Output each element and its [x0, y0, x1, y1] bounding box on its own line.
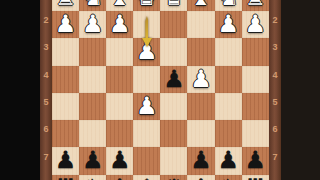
square-h5[interactable]: [52, 93, 79, 120]
rank-label-3: 3: [269, 34, 281, 61]
square-d2[interactable]: [160, 11, 187, 38]
square-f8[interactable]: ♝: [106, 175, 133, 180]
square-c1[interactable]: ♝: [187, 0, 214, 11]
square-e6[interactable]: [133, 120, 160, 147]
square-f6[interactable]: [106, 120, 133, 147]
black-pawn[interactable]: ♟: [52, 147, 79, 174]
square-d8[interactable]: ♛: [160, 175, 187, 180]
square-g4[interactable]: [79, 66, 106, 93]
rank-labels-right: 12345678: [269, 0, 281, 180]
black-pawn[interactable]: ♟: [187, 147, 214, 174]
black-pawn[interactable]: ♟: [160, 66, 187, 93]
black-knight[interactable]: ♞: [79, 175, 106, 180]
square-b4[interactable]: [215, 66, 242, 93]
square-h4[interactable]: [52, 66, 79, 93]
square-d1[interactable]: ♛: [160, 0, 187, 11]
black-knight[interactable]: ♞: [215, 175, 242, 180]
square-f4[interactable]: [106, 66, 133, 93]
black-bishop[interactable]: ♝: [187, 175, 214, 180]
square-e7[interactable]: [133, 147, 160, 174]
square-h2[interactable]: ♟: [52, 11, 79, 38]
square-a5[interactable]: [242, 93, 269, 120]
square-b7[interactable]: ♟: [215, 147, 242, 174]
square-a2[interactable]: ♟: [242, 11, 269, 38]
square-d7[interactable]: [160, 147, 187, 174]
square-e2[interactable]: [133, 11, 160, 38]
black-rook[interactable]: ♜: [52, 175, 79, 180]
letterbox-left: [0, 0, 40, 180]
rank-label-2: 2: [269, 7, 281, 34]
square-g6[interactable]: [79, 120, 106, 147]
rank-label-7: 7: [40, 144, 52, 171]
white-pawn[interactable]: ♟: [79, 11, 106, 38]
square-g7[interactable]: ♟: [79, 147, 106, 174]
rank-label-4: 4: [269, 62, 281, 89]
white-bishop[interactable]: ♝: [187, 0, 214, 11]
rank-label-1: 1: [40, 0, 52, 7]
black-bishop[interactable]: ♝: [106, 175, 133, 180]
square-a6[interactable]: [242, 120, 269, 147]
square-h6[interactable]: [52, 120, 79, 147]
rank-label-1: 1: [269, 0, 281, 7]
black-pawn[interactable]: ♟: [215, 147, 242, 174]
square-c2[interactable]: [187, 11, 214, 38]
square-a8[interactable]: ♜: [242, 175, 269, 180]
square-a3[interactable]: [242, 38, 269, 65]
square-d3[interactable]: [160, 38, 187, 65]
rank-label-5: 5: [40, 89, 52, 116]
square-f5[interactable]: [106, 93, 133, 120]
square-g2[interactable]: ♟: [79, 11, 106, 38]
rank-label-6: 6: [269, 116, 281, 143]
black-queen[interactable]: ♛: [160, 175, 187, 180]
square-c7[interactable]: ♟: [187, 147, 214, 174]
white-pawn[interactable]: ♟: [52, 11, 79, 38]
rank-label-3: 3: [40, 34, 52, 61]
white-queen[interactable]: ♛: [160, 0, 187, 11]
white-pawn[interactable]: ♟: [106, 11, 133, 38]
square-c4[interactable]: ♟: [187, 66, 214, 93]
black-pawn[interactable]: ♟: [79, 147, 106, 174]
square-b3[interactable]: [215, 38, 242, 65]
square-h7[interactable]: ♟: [52, 147, 79, 174]
black-pawn[interactable]: ♟: [106, 147, 133, 174]
chess-board[interactable]: ♜♞♝♚♛♝♞♜♟♟♟♟♟♟♟♟♟♟♟♟♟♟♟♜♞♝♚♛♝♞♜: [52, 0, 269, 180]
white-pawn[interactable]: ♟: [187, 66, 214, 93]
white-pawn[interactable]: ♟: [133, 93, 160, 120]
black-king[interactable]: ♚: [133, 175, 160, 180]
black-rook[interactable]: ♜: [242, 175, 269, 180]
rank-label-8: 8: [40, 171, 52, 180]
square-f2[interactable]: ♟: [106, 11, 133, 38]
rank-label-5: 5: [269, 89, 281, 116]
square-c8[interactable]: ♝: [187, 175, 214, 180]
square-h8[interactable]: ♜: [52, 175, 79, 180]
square-d6[interactable]: [160, 120, 187, 147]
square-c5[interactable]: [187, 93, 214, 120]
square-b5[interactable]: [215, 93, 242, 120]
black-pawn[interactable]: ♟: [242, 147, 269, 174]
square-a7[interactable]: ♟: [242, 147, 269, 174]
white-pawn[interactable]: ♟: [215, 11, 242, 38]
chess-app-viewport: 12345678 12345678 ♜♞♝♚♛♝♞♜♟♟♟♟♟♟♟♟♟♟♟♟♟♟…: [0, 0, 320, 180]
rank-label-4: 4: [40, 62, 52, 89]
white-king[interactable]: ♚: [133, 0, 160, 11]
square-b6[interactable]: [215, 120, 242, 147]
square-g5[interactable]: [79, 93, 106, 120]
white-pawn[interactable]: ♟: [133, 38, 160, 65]
square-e1[interactable]: ♚: [133, 0, 160, 11]
square-b8[interactable]: ♞: [215, 175, 242, 180]
rank-label-6: 6: [40, 116, 52, 143]
square-e3[interactable]: ♟: [133, 38, 160, 65]
rank-label-8: 8: [269, 171, 281, 180]
square-c3[interactable]: [187, 38, 214, 65]
square-g8[interactable]: ♞: [79, 175, 106, 180]
square-f3[interactable]: [106, 38, 133, 65]
square-a4[interactable]: [242, 66, 269, 93]
square-h3[interactable]: [52, 38, 79, 65]
square-d4[interactable]: ♟: [160, 66, 187, 93]
square-e5[interactable]: ♟: [133, 93, 160, 120]
white-pawn[interactable]: ♟: [242, 11, 269, 38]
square-e4[interactable]: [133, 66, 160, 93]
square-d5[interactable]: [160, 93, 187, 120]
letterbox-right: [281, 0, 320, 180]
square-b2[interactable]: ♟: [215, 11, 242, 38]
rank-labels-left: 12345678: [40, 0, 52, 180]
rank-label-7: 7: [269, 144, 281, 171]
square-e8[interactable]: ♚: [133, 175, 160, 180]
rank-label-2: 2: [40, 7, 52, 34]
square-c6[interactable]: [187, 120, 214, 147]
square-f7[interactable]: ♟: [106, 147, 133, 174]
square-g3[interactable]: [79, 38, 106, 65]
